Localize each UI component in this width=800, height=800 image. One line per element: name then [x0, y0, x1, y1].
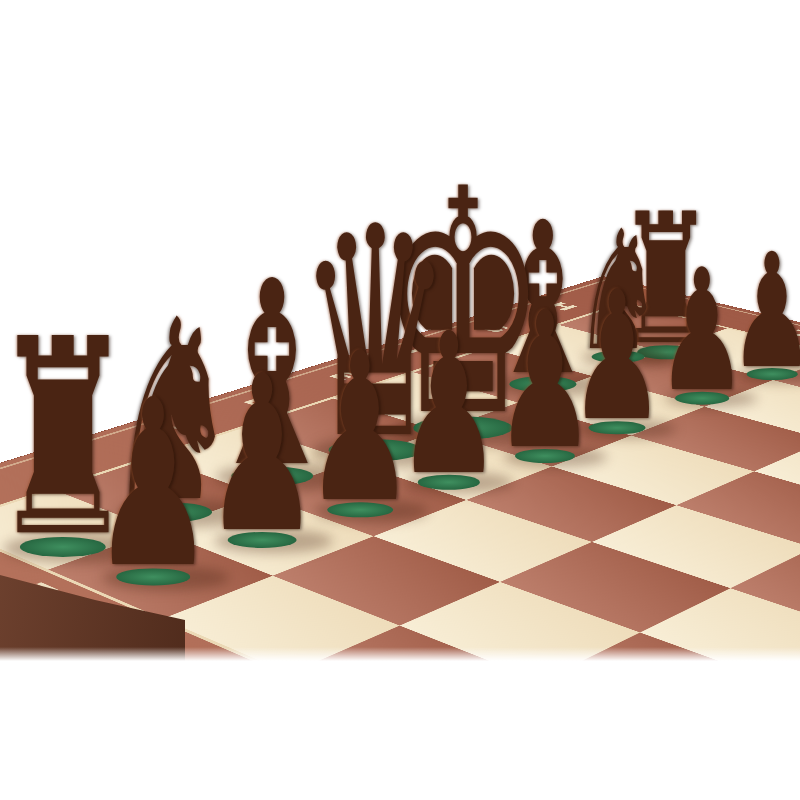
black-pawn-glyph: ♟: [657, 247, 747, 415]
black-pawn-glyph: ♟: [91, 370, 215, 600]
black-pawn-glyph: ♟: [305, 326, 415, 531]
black-pawn-glyph: ♟: [494, 287, 595, 475]
photo-crop-white: [0, 661, 800, 800]
black-pawn-glyph: ♟: [204, 347, 320, 562]
chess-set-photo: ABCDEFGH ABCDEFGH 87654321 87654321 ♜♞♝♛…: [0, 0, 800, 800]
